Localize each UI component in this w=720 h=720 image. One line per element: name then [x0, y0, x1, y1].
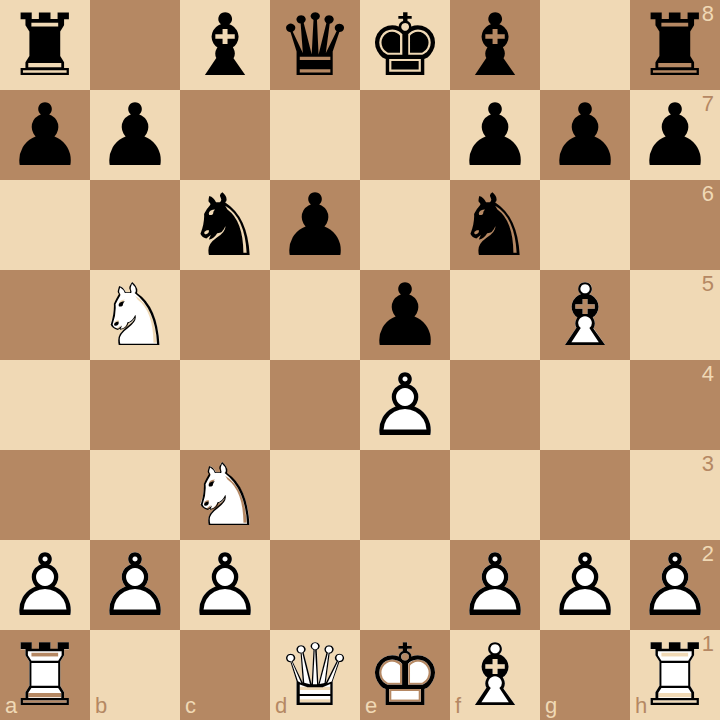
square-e2[interactable] — [360, 540, 450, 630]
piece-white-bishop[interactable]: ♝♗ — [540, 270, 630, 360]
square-e8[interactable]: ♚ — [360, 0, 450, 90]
piece-black-pawn[interactable]: ♟ — [360, 270, 450, 360]
piece-outline-layer: ♖ — [0, 630, 90, 720]
piece-outline-layer: ♘ — [180, 450, 270, 540]
piece-black-rook[interactable]: ♜ — [0, 0, 90, 90]
square-d7[interactable] — [270, 90, 360, 180]
piece-white-pawn[interactable]: ♟♙ — [0, 540, 90, 630]
square-b3[interactable] — [90, 450, 180, 540]
square-f2[interactable]: ♟♙ — [450, 540, 540, 630]
square-c1[interactable]: c — [180, 630, 270, 720]
piece-white-pawn[interactable]: ♟♙ — [450, 540, 540, 630]
piece-white-knight[interactable]: ♞♘ — [180, 450, 270, 540]
square-d3[interactable] — [270, 450, 360, 540]
square-c2[interactable]: ♟♙ — [180, 540, 270, 630]
piece-glyph: ♟ — [0, 90, 90, 180]
piece-glyph: ♜ — [0, 0, 90, 90]
square-a6[interactable] — [0, 180, 90, 270]
piece-black-rook[interactable]: ♜ — [630, 0, 720, 90]
square-h2[interactable]: 2♟♙ — [630, 540, 720, 630]
square-d4[interactable] — [270, 360, 360, 450]
piece-glyph: ♟ — [450, 90, 540, 180]
piece-white-pawn[interactable]: ♟♙ — [360, 360, 450, 450]
piece-black-pawn[interactable]: ♟ — [450, 90, 540, 180]
square-e1[interactable]: e♚♔ — [360, 630, 450, 720]
piece-white-rook[interactable]: ♜♖ — [630, 630, 720, 720]
piece-outline-layer: ♙ — [0, 540, 90, 630]
square-c8[interactable]: ♝ — [180, 0, 270, 90]
piece-glyph: ♞ — [450, 180, 540, 270]
square-g3[interactable] — [540, 450, 630, 540]
square-d6[interactable]: ♟ — [270, 180, 360, 270]
square-a2[interactable]: ♟♙ — [0, 540, 90, 630]
square-c4[interactable] — [180, 360, 270, 450]
piece-outline-layer: ♙ — [180, 540, 270, 630]
square-e7[interactable] — [360, 90, 450, 180]
square-h5[interactable]: 5 — [630, 270, 720, 360]
piece-black-queen[interactable]: ♛ — [270, 0, 360, 90]
piece-black-pawn[interactable]: ♟ — [540, 90, 630, 180]
square-g5[interactable]: ♝♗ — [540, 270, 630, 360]
piece-glyph: ♟ — [270, 180, 360, 270]
square-b2[interactable]: ♟♙ — [90, 540, 180, 630]
piece-white-queen[interactable]: ♛♕ — [270, 630, 360, 720]
piece-black-bishop[interactable]: ♝ — [180, 0, 270, 90]
piece-outline-layer: ♘ — [90, 270, 180, 360]
square-f4[interactable] — [450, 360, 540, 450]
piece-black-knight[interactable]: ♞ — [180, 180, 270, 270]
piece-outline-layer: ♗ — [450, 630, 540, 720]
square-f7[interactable]: ♟ — [450, 90, 540, 180]
square-g6[interactable] — [540, 180, 630, 270]
square-g4[interactable] — [540, 360, 630, 450]
square-f5[interactable] — [450, 270, 540, 360]
square-a5[interactable] — [0, 270, 90, 360]
square-d1[interactable]: d♛♕ — [270, 630, 360, 720]
piece-outline-layer: ♙ — [90, 540, 180, 630]
piece-black-pawn[interactable]: ♟ — [630, 90, 720, 180]
square-e4[interactable]: ♟♙ — [360, 360, 450, 450]
piece-glyph: ♝ — [180, 0, 270, 90]
coord-rank-5: 5 — [702, 271, 714, 297]
square-f1[interactable]: f♝♗ — [450, 630, 540, 720]
square-g2[interactable]: ♟♙ — [540, 540, 630, 630]
square-c5[interactable] — [180, 270, 270, 360]
square-d8[interactable]: ♛ — [270, 0, 360, 90]
coord-rank-3: 3 — [702, 451, 714, 477]
piece-glyph: ♟ — [630, 90, 720, 180]
square-b7[interactable]: ♟ — [90, 90, 180, 180]
piece-white-pawn[interactable]: ♟♙ — [630, 540, 720, 630]
chess-board: ♜♝♛♚♝8♜♟♟♟♟7♟♞♟♞6♞♘♟♝♗5♟♙4♞♘3♟♙♟♙♟♙♟♙♟♙2… — [0, 0, 720, 720]
square-f6[interactable]: ♞ — [450, 180, 540, 270]
square-h1[interactable]: 1h♜♖ — [630, 630, 720, 720]
piece-outline-layer: ♙ — [540, 540, 630, 630]
square-a1[interactable]: a♜♖ — [0, 630, 90, 720]
square-g8[interactable] — [540, 0, 630, 90]
square-b5[interactable]: ♞♘ — [90, 270, 180, 360]
piece-glyph: ♟ — [360, 270, 450, 360]
coord-file-g: g — [545, 693, 557, 719]
square-h4[interactable]: 4 — [630, 360, 720, 450]
piece-white-king[interactable]: ♚♔ — [360, 630, 450, 720]
coord-rank-4: 4 — [702, 361, 714, 387]
piece-outline-layer: ♙ — [630, 540, 720, 630]
piece-black-pawn[interactable]: ♟ — [0, 90, 90, 180]
piece-glyph: ♞ — [180, 180, 270, 270]
square-h3[interactable]: 3 — [630, 450, 720, 540]
piece-outline-layer: ♙ — [450, 540, 540, 630]
square-c6[interactable]: ♞ — [180, 180, 270, 270]
piece-glyph: ♚ — [360, 0, 450, 90]
square-h7[interactable]: 7♟ — [630, 90, 720, 180]
piece-black-bishop[interactable]: ♝ — [450, 0, 540, 90]
square-b8[interactable] — [90, 0, 180, 90]
piece-glyph: ♝ — [450, 0, 540, 90]
piece-black-knight[interactable]: ♞ — [450, 180, 540, 270]
square-c3[interactable]: ♞♘ — [180, 450, 270, 540]
coord-file-c: c — [185, 693, 196, 719]
piece-white-knight[interactable]: ♞♘ — [90, 270, 180, 360]
piece-black-king[interactable]: ♚ — [360, 0, 450, 90]
piece-outline-layer: ♕ — [270, 630, 360, 720]
piece-glyph: ♜ — [630, 0, 720, 90]
square-b1[interactable]: b — [90, 630, 180, 720]
piece-outline-layer: ♔ — [360, 630, 450, 720]
square-f8[interactable]: ♝ — [450, 0, 540, 90]
square-d5[interactable] — [270, 270, 360, 360]
square-b4[interactable] — [90, 360, 180, 450]
piece-outline-layer: ♗ — [540, 270, 630, 360]
square-h6[interactable]: 6 — [630, 180, 720, 270]
square-d2[interactable] — [270, 540, 360, 630]
square-a8[interactable]: ♜ — [0, 0, 90, 90]
piece-white-bishop[interactable]: ♝♗ — [450, 630, 540, 720]
piece-outline-layer: ♖ — [630, 630, 720, 720]
square-g7[interactable]: ♟ — [540, 90, 630, 180]
piece-black-pawn[interactable]: ♟ — [270, 180, 360, 270]
coord-file-b: b — [95, 693, 107, 719]
piece-white-pawn[interactable]: ♟♙ — [180, 540, 270, 630]
square-a7[interactable]: ♟ — [0, 90, 90, 180]
piece-glyph: ♟ — [90, 90, 180, 180]
square-a4[interactable] — [0, 360, 90, 450]
piece-white-pawn[interactable]: ♟♙ — [90, 540, 180, 630]
square-f3[interactable] — [450, 450, 540, 540]
coord-rank-6: 6 — [702, 181, 714, 207]
square-e5[interactable]: ♟ — [360, 270, 450, 360]
piece-black-pawn[interactable]: ♟ — [90, 90, 180, 180]
square-e6[interactable] — [360, 180, 450, 270]
piece-outline-layer: ♙ — [360, 360, 450, 450]
square-h8[interactable]: 8♜ — [630, 0, 720, 90]
square-e3[interactable] — [360, 450, 450, 540]
square-g1[interactable]: g — [540, 630, 630, 720]
piece-glyph: ♛ — [270, 0, 360, 90]
piece-white-rook[interactable]: ♜♖ — [0, 630, 90, 720]
square-b6[interactable] — [90, 180, 180, 270]
piece-white-pawn[interactable]: ♟♙ — [540, 540, 630, 630]
piece-glyph: ♟ — [540, 90, 630, 180]
square-a3[interactable] — [0, 450, 90, 540]
square-c7[interactable] — [180, 90, 270, 180]
